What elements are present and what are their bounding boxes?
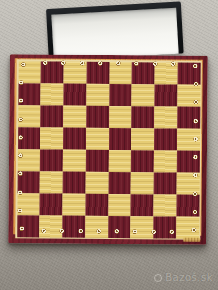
peg-hole-ring [169, 229, 174, 234]
square-c4[interactable] [63, 149, 86, 171]
square-e8[interactable] [109, 62, 132, 84]
peg-hole-ring [193, 137, 198, 142]
peg-hole-ring [18, 117, 23, 122]
peg-hole-ring [98, 61, 103, 66]
peg-hole-ring [193, 118, 198, 123]
square-d7[interactable] [86, 83, 109, 105]
peg-hole-ring [18, 135, 23, 140]
square-d2[interactable] [85, 193, 108, 215]
peg-hole-ring [60, 228, 65, 233]
square-e3[interactable] [108, 172, 131, 194]
square-g6[interactable] [154, 106, 177, 128]
board-pinline [15, 59, 202, 240]
board-grid [17, 61, 201, 239]
chessboard [8, 54, 208, 245]
watermark: Bazoš.sk [154, 272, 213, 283]
peg-hole-ring [152, 61, 157, 66]
square-e4[interactable] [108, 150, 131, 172]
square-b2[interactable] [40, 193, 63, 215]
square-a4[interactable] [17, 149, 40, 171]
brand-stamp [183, 238, 200, 242]
square-b6[interactable] [40, 105, 63, 127]
peg-hole-ring [191, 228, 196, 233]
square-h6[interactable] [177, 106, 200, 128]
box-lid-interior [51, 8, 178, 61]
square-e2[interactable] [108, 194, 131, 216]
square-b4[interactable] [40, 149, 63, 171]
peg-hole-ring [17, 208, 22, 213]
square-f6[interactable] [131, 106, 154, 128]
bazos-logo-icon [154, 274, 162, 282]
box-lid [46, 1, 184, 60]
square-f3[interactable] [131, 172, 154, 194]
square-e6[interactable] [109, 106, 132, 128]
square-c5[interactable] [63, 127, 86, 149]
square-g1[interactable] [153, 216, 176, 238]
square-e5[interactable] [108, 128, 131, 150]
peg-hole-ring [18, 190, 23, 195]
square-c3[interactable] [63, 171, 86, 193]
square-a6[interactable] [18, 105, 41, 127]
square-g7[interactable] [154, 84, 177, 106]
square-g2[interactable] [153, 194, 176, 216]
peg-hole-ring [20, 62, 25, 67]
square-c1[interactable] [62, 215, 85, 237]
square-e7[interactable] [109, 84, 132, 106]
square-g3[interactable] [154, 172, 177, 194]
peg-hole-ring [114, 229, 119, 234]
square-b1[interactable] [39, 215, 62, 237]
square-d1[interactable] [85, 215, 108, 237]
square-b7[interactable] [41, 83, 64, 105]
square-c2[interactable] [62, 193, 85, 215]
peg-hole-ring [192, 210, 197, 215]
peg-hole-ring [41, 228, 46, 233]
square-h4[interactable] [177, 150, 200, 172]
square-g5[interactable] [154, 128, 177, 150]
peg-hole-ring [133, 229, 138, 234]
peg-hole-ring [193, 191, 198, 196]
square-d5[interactable] [86, 127, 109, 149]
peg-hole-ring [192, 63, 197, 68]
peg-hole-ring [19, 226, 24, 231]
square-b3[interactable] [40, 171, 63, 193]
peg-hole-ring [151, 229, 156, 234]
square-b5[interactable] [40, 127, 63, 149]
square-f7[interactable] [132, 84, 155, 106]
square-c7[interactable] [63, 83, 86, 105]
square-e1[interactable] [108, 216, 131, 238]
square-f2[interactable] [131, 194, 154, 216]
square-d6[interactable] [86, 105, 109, 127]
square-f1[interactable] [130, 216, 153, 238]
peg-hole-ring [171, 62, 176, 67]
square-f5[interactable] [131, 128, 154, 150]
square-g4[interactable] [154, 150, 177, 172]
square-h1[interactable] [176, 216, 199, 238]
square-f4[interactable] [131, 150, 154, 172]
square-c6[interactable] [63, 105, 86, 127]
peg-hole-ring [78, 228, 83, 233]
square-d4[interactable] [86, 149, 109, 171]
peg-hole-ring [79, 61, 84, 66]
watermark-text: Bazoš.sk [165, 272, 213, 283]
peg-hole-ring [96, 228, 101, 233]
square-d3[interactable] [85, 171, 108, 193]
